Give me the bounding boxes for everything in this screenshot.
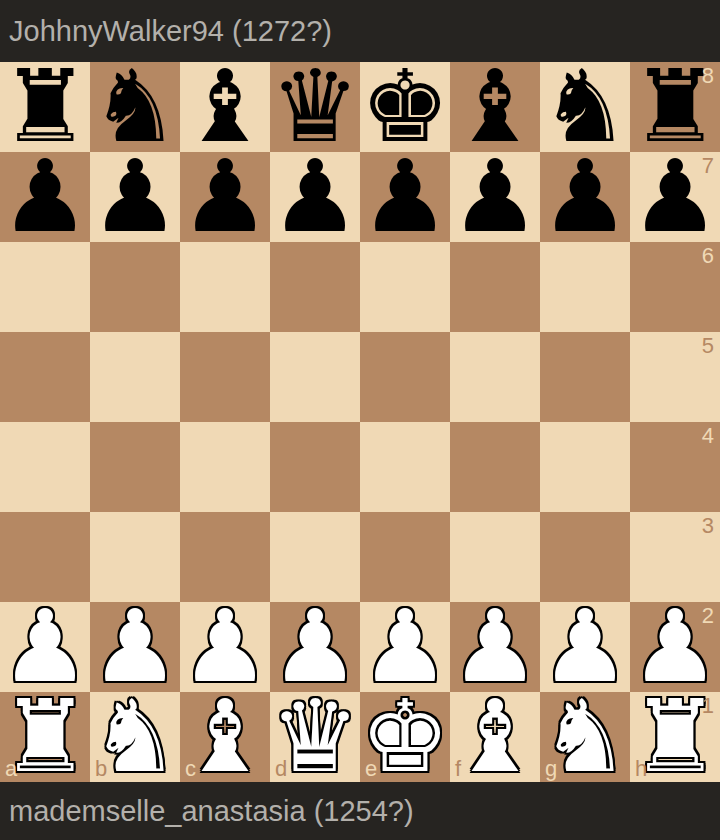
coord-rank-1: 1 bbox=[702, 695, 714, 717]
coord-rank-3: 3 bbox=[702, 515, 714, 537]
coord-rank-7: 7 bbox=[702, 155, 714, 177]
square-f7[interactable]: ♟ bbox=[450, 152, 540, 242]
chess-game-view: JohhnyWalker94 (1272?) ♜♞♝♛♚♝♞♜8♟♟♟♟♟♟♟♟… bbox=[0, 0, 720, 840]
square-b7[interactable]: ♟ bbox=[90, 152, 180, 242]
square-f1[interactable]: ♝f bbox=[450, 692, 540, 782]
square-c4[interactable] bbox=[180, 422, 270, 512]
square-e1[interactable]: ♚e bbox=[360, 692, 450, 782]
square-b6[interactable] bbox=[90, 242, 180, 332]
square-f4[interactable] bbox=[450, 422, 540, 512]
coord-rank-4: 4 bbox=[702, 425, 714, 447]
piece-black-pawn[interactable]: ♟ bbox=[90, 152, 180, 242]
square-a1[interactable]: ♜a bbox=[0, 692, 90, 782]
square-a4[interactable] bbox=[0, 422, 90, 512]
square-h5[interactable]: 5 bbox=[630, 332, 720, 422]
coord-file-c: c bbox=[185, 758, 196, 780]
square-g5[interactable] bbox=[540, 332, 630, 422]
coord-file-h: h bbox=[635, 758, 647, 780]
piece-white-bishop[interactable]: ♝ bbox=[450, 692, 540, 782]
piece-black-pawn[interactable]: ♟ bbox=[0, 152, 90, 242]
square-b1[interactable]: ♞b bbox=[90, 692, 180, 782]
square-d7[interactable]: ♟ bbox=[270, 152, 360, 242]
square-d4[interactable] bbox=[270, 422, 360, 512]
square-c7[interactable]: ♟ bbox=[180, 152, 270, 242]
square-b4[interactable] bbox=[90, 422, 180, 512]
square-a6[interactable] bbox=[0, 242, 90, 332]
coord-file-f: f bbox=[455, 758, 461, 780]
piece-black-pawn[interactable]: ♟ bbox=[450, 152, 540, 242]
player-name-top[interactable]: JohhnyWalker94 (1272?) bbox=[9, 17, 332, 46]
square-e5[interactable] bbox=[360, 332, 450, 422]
square-c1[interactable]: ♝c bbox=[180, 692, 270, 782]
square-c6[interactable] bbox=[180, 242, 270, 332]
piece-black-pawn[interactable]: ♟ bbox=[540, 152, 630, 242]
square-h4[interactable]: 4 bbox=[630, 422, 720, 512]
square-d5[interactable] bbox=[270, 332, 360, 422]
chess-board[interactable]: ♜♞♝♛♚♝♞♜8♟♟♟♟♟♟♟♟76543♟♟♟♟♟♟♟♟2♜a♞b♝c♛d♚… bbox=[0, 62, 720, 782]
piece-black-pawn[interactable]: ♟ bbox=[360, 152, 450, 242]
square-e4[interactable] bbox=[360, 422, 450, 512]
coord-file-e: e bbox=[365, 758, 377, 780]
square-g6[interactable] bbox=[540, 242, 630, 332]
square-e7[interactable]: ♟ bbox=[360, 152, 450, 242]
piece-black-pawn[interactable]: ♟ bbox=[270, 152, 360, 242]
square-h6[interactable]: 6 bbox=[630, 242, 720, 332]
square-h7[interactable]: ♟7 bbox=[630, 152, 720, 242]
square-f5[interactable] bbox=[450, 332, 540, 422]
square-f6[interactable] bbox=[450, 242, 540, 332]
coord-rank-8: 8 bbox=[702, 65, 714, 87]
square-h1[interactable]: ♜1h bbox=[630, 692, 720, 782]
square-d6[interactable] bbox=[270, 242, 360, 332]
piece-black-pawn[interactable]: ♟ bbox=[180, 152, 270, 242]
square-g1[interactable]: ♞g bbox=[540, 692, 630, 782]
coord-rank-2: 2 bbox=[702, 605, 714, 627]
coord-file-d: d bbox=[275, 758, 287, 780]
square-b5[interactable] bbox=[90, 332, 180, 422]
coord-file-b: b bbox=[95, 758, 107, 780]
coord-file-g: g bbox=[545, 758, 557, 780]
square-a5[interactable] bbox=[0, 332, 90, 422]
square-a7[interactable]: ♟ bbox=[0, 152, 90, 242]
player-name-bottom[interactable]: mademselle_anastasia (1254?) bbox=[9, 797, 414, 826]
coord-rank-6: 6 bbox=[702, 245, 714, 267]
coord-file-a: a bbox=[5, 758, 17, 780]
square-d1[interactable]: ♛d bbox=[270, 692, 360, 782]
square-c5[interactable] bbox=[180, 332, 270, 422]
square-g4[interactable] bbox=[540, 422, 630, 512]
coord-rank-5: 5 bbox=[702, 335, 714, 357]
square-g7[interactable]: ♟ bbox=[540, 152, 630, 242]
square-e6[interactable] bbox=[360, 242, 450, 332]
